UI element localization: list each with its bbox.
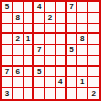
cell-r8c2-empty[interactable] [13, 77, 24, 88]
cell-r6c9-empty[interactable] [88, 56, 99, 67]
cell-r2c9-empty[interactable] [88, 13, 99, 24]
cell-r8c7-empty[interactable] [67, 77, 78, 88]
cell-r6c6-empty[interactable] [56, 56, 67, 67]
cell-r4c3-given[interactable]: 1 [24, 34, 35, 45]
cell-r3c4-empty[interactable] [34, 24, 45, 35]
cell-r6c7-empty[interactable] [67, 56, 78, 67]
cell-r3c7-empty[interactable] [67, 24, 78, 35]
cell-r2c8-empty[interactable] [77, 13, 88, 24]
cell-r5c4-given[interactable]: 7 [34, 45, 45, 56]
cell-r1c1-given[interactable]: 5 [2, 2, 13, 13]
cell-r9c6-empty[interactable] [56, 88, 67, 99]
cell-r1c8-empty[interactable] [77, 2, 88, 13]
cell-r8c5-empty[interactable] [45, 77, 56, 88]
cell-r2c6-empty[interactable] [56, 13, 67, 24]
cell-r7c5-empty[interactable] [45, 67, 56, 78]
cell-r7c8-empty[interactable] [77, 67, 88, 78]
cell-r3c2-empty[interactable] [13, 24, 24, 35]
cell-r3c1-empty[interactable] [2, 24, 13, 35]
cell-r6c1-empty[interactable] [2, 56, 13, 67]
cell-r8c6-given[interactable]: 4 [56, 77, 67, 88]
cell-r7c4-given[interactable]: 5 [34, 67, 45, 78]
cell-r8c9-empty[interactable] [88, 77, 99, 88]
cell-r4c8-given[interactable]: 8 [77, 34, 88, 45]
cell-r2c4-empty[interactable] [34, 13, 45, 24]
cell-r5c8-empty[interactable] [77, 45, 88, 56]
cell-r3c9-empty[interactable] [88, 24, 99, 35]
cell-r4c9-empty[interactable] [88, 34, 99, 45]
cell-r1c6-empty[interactable] [56, 2, 67, 13]
cell-r6c2-empty[interactable] [13, 56, 24, 67]
cell-r6c4-empty[interactable] [34, 56, 45, 67]
cell-r2c7-empty[interactable] [67, 13, 78, 24]
cell-r9c3-empty[interactable] [24, 88, 35, 99]
cell-r4c7-empty[interactable] [67, 34, 78, 45]
cell-r1c9-empty[interactable] [88, 2, 99, 13]
cell-r5c3-empty[interactable] [24, 45, 35, 56]
cell-r7c3-empty[interactable] [24, 67, 35, 78]
cell-r1c7-given[interactable]: 7 [67, 2, 78, 13]
cell-r2c3-empty[interactable] [24, 13, 35, 24]
cell-r4c5-empty[interactable] [45, 34, 56, 45]
cell-r9c7-empty[interactable] [67, 88, 78, 99]
cell-r1c5-empty[interactable] [45, 2, 56, 13]
cell-r3c3-empty[interactable] [24, 24, 35, 35]
cell-r9c9-given[interactable]: 2 [88, 88, 99, 99]
cell-r6c8-empty[interactable] [77, 56, 88, 67]
cell-r5c9-empty[interactable] [88, 45, 99, 56]
cell-r8c3-empty[interactable] [24, 77, 35, 88]
cell-r3c5-empty[interactable] [45, 24, 56, 35]
cell-r8c8-given[interactable]: 1 [77, 77, 88, 88]
cell-r7c2-given[interactable]: 6 [13, 67, 24, 78]
cell-r2c1-empty[interactable] [2, 13, 13, 24]
cell-r6c3-empty[interactable] [24, 56, 35, 67]
cell-r7c1-given[interactable]: 7 [2, 67, 13, 78]
cell-r2c2-given[interactable]: 8 [13, 13, 24, 24]
cell-r4c4-empty[interactable] [34, 34, 45, 45]
cell-r5c7-given[interactable]: 5 [67, 45, 78, 56]
cell-r1c4-given[interactable]: 4 [34, 2, 45, 13]
cell-r1c2-empty[interactable] [13, 2, 24, 13]
cell-r7c6-empty[interactable] [56, 67, 67, 78]
cell-r7c9-empty[interactable] [88, 67, 99, 78]
cell-r5c6-empty[interactable] [56, 45, 67, 56]
cell-r4c6-empty[interactable] [56, 34, 67, 45]
cell-r8c1-empty[interactable] [2, 77, 13, 88]
cell-r5c1-empty[interactable] [2, 45, 13, 56]
cell-r8c4-empty[interactable] [34, 77, 45, 88]
cell-r9c2-empty[interactable] [13, 88, 24, 99]
cell-r3c6-empty[interactable] [56, 24, 67, 35]
cell-r4c2-given[interactable]: 2 [13, 34, 24, 45]
cell-r5c2-empty[interactable] [13, 45, 24, 56]
cell-r9c8-empty[interactable] [77, 88, 88, 99]
cell-r7c7-empty[interactable] [67, 67, 78, 78]
cell-r6c5-empty[interactable] [45, 56, 56, 67]
cell-r9c1-given[interactable]: 3 [2, 88, 13, 99]
cell-r2c5-given[interactable]: 2 [45, 13, 56, 24]
cell-r9c5-empty[interactable] [45, 88, 56, 99]
cell-r5c5-empty[interactable] [45, 45, 56, 56]
cell-r3c8-empty[interactable] [77, 24, 88, 35]
cell-r1c3-empty[interactable] [24, 2, 35, 13]
cell-r9c4-empty[interactable] [34, 88, 45, 99]
sudoku-board: 54782218757654132 [0, 0, 101, 101]
cell-r4c1-empty[interactable] [2, 34, 13, 45]
